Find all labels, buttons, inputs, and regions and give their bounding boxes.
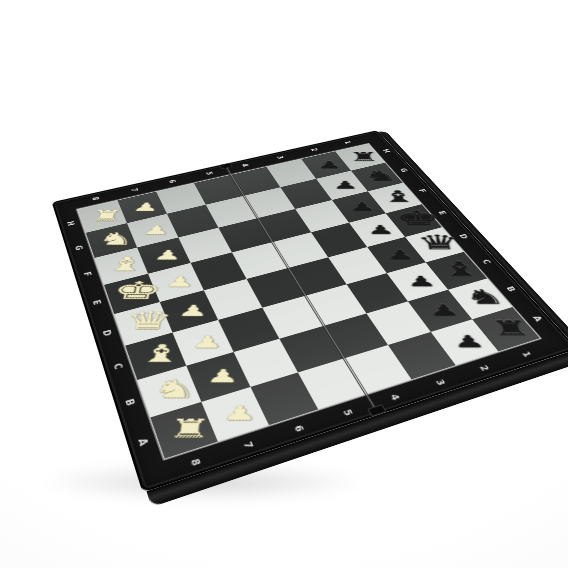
product-photo-scene: 87654321 87654321 HGFEDCBA HGFEDCBA ♜♟♞♟…: [0, 0, 568, 568]
folding-chess-board: 87654321 87654321 HGFEDCBA HGFEDCBA ♜♟♞♟…: [52, 130, 568, 492]
